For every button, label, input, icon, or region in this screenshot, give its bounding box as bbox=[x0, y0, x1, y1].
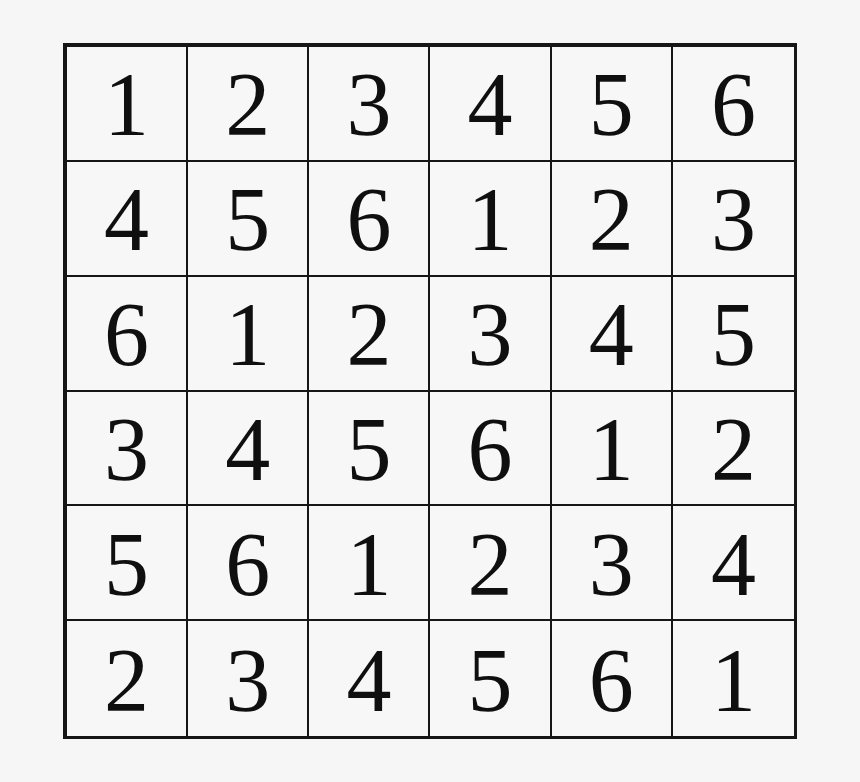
cell-r2c4[interactable]: 1 bbox=[430, 162, 551, 277]
cell-r5c1[interactable]: 5 bbox=[67, 506, 188, 621]
cell-r3c2[interactable]: 1 bbox=[188, 277, 309, 392]
cell-r6c1[interactable]: 2 bbox=[67, 621, 188, 736]
cell-r4c2[interactable]: 4 bbox=[188, 392, 309, 507]
cell-r5c6[interactable]: 4 bbox=[673, 506, 794, 621]
cell-r3c4[interactable]: 3 bbox=[430, 277, 551, 392]
cell-r2c5[interactable]: 2 bbox=[552, 162, 673, 277]
cell-r3c5[interactable]: 4 bbox=[552, 277, 673, 392]
cell-r6c5[interactable]: 6 bbox=[552, 621, 673, 736]
cell-r1c1[interactable]: 1 bbox=[67, 47, 188, 162]
cell-r6c6[interactable]: 1 bbox=[673, 621, 794, 736]
cell-r3c6[interactable]: 5 bbox=[673, 277, 794, 392]
cell-r6c4[interactable]: 5 bbox=[430, 621, 551, 736]
cell-r6c2[interactable]: 3 bbox=[188, 621, 309, 736]
cell-r1c5[interactable]: 5 bbox=[552, 47, 673, 162]
cell-r4c6[interactable]: 2 bbox=[673, 392, 794, 507]
cell-r4c4[interactable]: 6 bbox=[430, 392, 551, 507]
cell-r3c3[interactable]: 2 bbox=[309, 277, 430, 392]
cell-r3c1[interactable]: 6 bbox=[67, 277, 188, 392]
cell-r5c3[interactable]: 1 bbox=[309, 506, 430, 621]
cell-r5c4[interactable]: 2 bbox=[430, 506, 551, 621]
cell-r2c6[interactable]: 3 bbox=[673, 162, 794, 277]
cell-r4c5[interactable]: 1 bbox=[552, 392, 673, 507]
cell-r4c3[interactable]: 5 bbox=[309, 392, 430, 507]
cell-r4c1[interactable]: 3 bbox=[67, 392, 188, 507]
cell-r5c5[interactable]: 3 bbox=[552, 506, 673, 621]
cell-r6c3[interactable]: 4 bbox=[309, 621, 430, 736]
cell-r2c1[interactable]: 4 bbox=[67, 162, 188, 277]
cell-r1c6[interactable]: 6 bbox=[673, 47, 794, 162]
cell-r1c3[interactable]: 3 bbox=[309, 47, 430, 162]
cell-r2c3[interactable]: 6 bbox=[309, 162, 430, 277]
cell-r5c2[interactable]: 6 bbox=[188, 506, 309, 621]
sudoku-board: 123456456123612345345612561234234561 bbox=[63, 43, 797, 739]
cell-r1c4[interactable]: 4 bbox=[430, 47, 551, 162]
cell-r1c2[interactable]: 2 bbox=[188, 47, 309, 162]
cell-r2c2[interactable]: 5 bbox=[188, 162, 309, 277]
